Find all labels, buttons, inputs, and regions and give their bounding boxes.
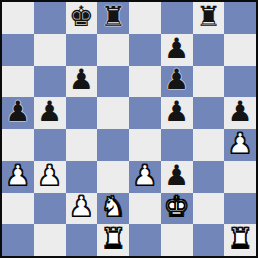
piece-black-pawn-f7: ♟ [164,35,189,63]
square-d2[interactable]: ♞ [97,193,129,225]
square-d5[interactable] [97,97,129,129]
square-b7[interactable] [34,34,66,66]
square-f2[interactable]: ♚ [161,193,193,225]
square-b5[interactable]: ♟ [34,97,66,129]
square-f1[interactable] [161,224,193,256]
square-f3[interactable]: ♟ [161,161,193,193]
square-h1[interactable]: ♜ [224,224,256,256]
piece-black-pawn-f5: ♟ [164,98,189,126]
square-a8[interactable] [2,2,34,34]
piece-white-pawn-e3: ♟ [132,162,157,190]
piece-black-king-c8: ♚ [69,3,94,31]
square-g5[interactable] [193,97,225,129]
square-b1[interactable] [34,224,66,256]
square-a6[interactable] [2,66,34,98]
piece-black-pawn-f6: ♟ [164,66,189,94]
square-e1[interactable] [129,224,161,256]
piece-black-rook-d8: ♜ [101,3,126,31]
square-d7[interactable] [97,34,129,66]
piece-black-pawn-c6: ♟ [69,66,94,94]
square-d3[interactable] [97,161,129,193]
square-f6[interactable]: ♟ [161,66,193,98]
square-b8[interactable] [34,2,66,34]
piece-white-pawn-h4: ♟ [228,130,253,158]
square-h2[interactable] [224,193,256,225]
square-g1[interactable] [193,224,225,256]
square-h6[interactable] [224,66,256,98]
piece-black-pawn-a5: ♟ [5,98,30,126]
square-a5[interactable]: ♟ [2,97,34,129]
square-e3[interactable]: ♟ [129,161,161,193]
square-h7[interactable] [224,34,256,66]
square-f8[interactable] [161,2,193,34]
piece-black-rook-g8: ♜ [196,3,221,31]
square-d4[interactable] [97,129,129,161]
square-b4[interactable] [34,129,66,161]
square-h4[interactable]: ♟ [224,129,256,161]
square-a1[interactable] [2,224,34,256]
board-frame: ♚♜♜♟♟♟♟♟♟♟♟♟♟♟♟♟♞♚♜♜ [0,0,258,258]
square-f5[interactable]: ♟ [161,97,193,129]
piece-black-pawn-f3: ♟ [164,162,189,190]
piece-white-rook-h1: ♜ [228,225,253,253]
piece-white-pawn-b3: ♟ [37,162,62,190]
square-a4[interactable] [2,129,34,161]
square-c5[interactable] [66,97,98,129]
square-d8[interactable]: ♜ [97,2,129,34]
square-g4[interactable] [193,129,225,161]
piece-black-pawn-b5: ♟ [37,98,62,126]
piece-white-pawn-a3: ♟ [5,162,30,190]
square-c3[interactable] [66,161,98,193]
square-c8[interactable]: ♚ [66,2,98,34]
piece-white-pawn-c2: ♟ [69,193,94,221]
square-g3[interactable] [193,161,225,193]
square-e7[interactable] [129,34,161,66]
piece-white-rook-d1: ♜ [101,225,126,253]
square-d6[interactable] [97,66,129,98]
square-g7[interactable] [193,34,225,66]
square-a2[interactable] [2,193,34,225]
square-b2[interactable] [34,193,66,225]
piece-black-pawn-h5: ♟ [228,98,253,126]
square-b3[interactable]: ♟ [34,161,66,193]
square-f7[interactable]: ♟ [161,34,193,66]
square-a3[interactable]: ♟ [2,161,34,193]
square-b6[interactable] [34,66,66,98]
square-h3[interactable] [224,161,256,193]
square-e4[interactable] [129,129,161,161]
square-e8[interactable] [129,2,161,34]
square-a7[interactable] [2,34,34,66]
square-e6[interactable] [129,66,161,98]
square-c2[interactable]: ♟ [66,193,98,225]
chess-board: ♚♜♜♟♟♟♟♟♟♟♟♟♟♟♟♟♞♚♜♜ [2,2,256,256]
piece-white-king-f2: ♚ [164,193,189,221]
piece-white-knight-d2: ♞ [101,193,126,221]
square-c6[interactable]: ♟ [66,66,98,98]
square-c1[interactable] [66,224,98,256]
square-e2[interactable] [129,193,161,225]
square-h8[interactable] [224,2,256,34]
square-e5[interactable] [129,97,161,129]
square-d1[interactable]: ♜ [97,224,129,256]
square-h5[interactable]: ♟ [224,97,256,129]
square-c4[interactable] [66,129,98,161]
square-g2[interactable] [193,193,225,225]
square-g6[interactable] [193,66,225,98]
square-f4[interactable] [161,129,193,161]
square-g8[interactable]: ♜ [193,2,225,34]
square-c7[interactable] [66,34,98,66]
